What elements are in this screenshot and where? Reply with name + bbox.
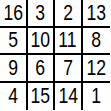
cell-r2c3: 12 [83, 55, 111, 83]
cell-r0c2: 2 [55, 0, 83, 28]
cell-value: 7 [63, 57, 73, 79]
cell-r1c3: 8 [83, 28, 111, 56]
cell-r0c0: 16 [0, 0, 28, 28]
cell-value: 6 [35, 57, 45, 79]
cell-value: 8 [91, 29, 101, 51]
magic-square-board: 16 3 2 13 5 10 11 8 9 6 7 12 4 15 14 1 [0, 0, 110, 110]
cell-r3c0: 4 [0, 83, 28, 111]
cell-value: 16 [3, 2, 23, 24]
cell-r1c0: 5 [0, 28, 28, 56]
cell-value: 1 [91, 85, 101, 107]
cell-r0c3: 13 [83, 0, 111, 28]
cell-r2c1: 6 [28, 55, 56, 83]
cell-r3c2: 14 [55, 83, 83, 111]
cell-value: 9 [8, 57, 18, 79]
cell-value: 10 [30, 29, 50, 51]
cell-value: 5 [8, 29, 18, 51]
cell-value: 12 [86, 57, 106, 79]
cell-value: 13 [86, 2, 106, 24]
cell-value: 11 [59, 29, 77, 51]
cell-r3c1: 15 [28, 83, 56, 111]
cell-r2c2: 7 [55, 55, 83, 83]
cell-value: 2 [63, 2, 73, 24]
cell-value: 4 [8, 85, 18, 107]
cell-value: 15 [30, 85, 50, 107]
cell-r2c0: 9 [0, 55, 28, 83]
cell-value: 3 [35, 2, 45, 24]
cell-r3c3: 1 [83, 83, 111, 111]
cell-r1c2: 11 [55, 28, 83, 56]
cell-r0c1: 3 [28, 0, 56, 28]
cell-value: 14 [58, 85, 78, 107]
cell-r1c1: 10 [28, 28, 56, 56]
